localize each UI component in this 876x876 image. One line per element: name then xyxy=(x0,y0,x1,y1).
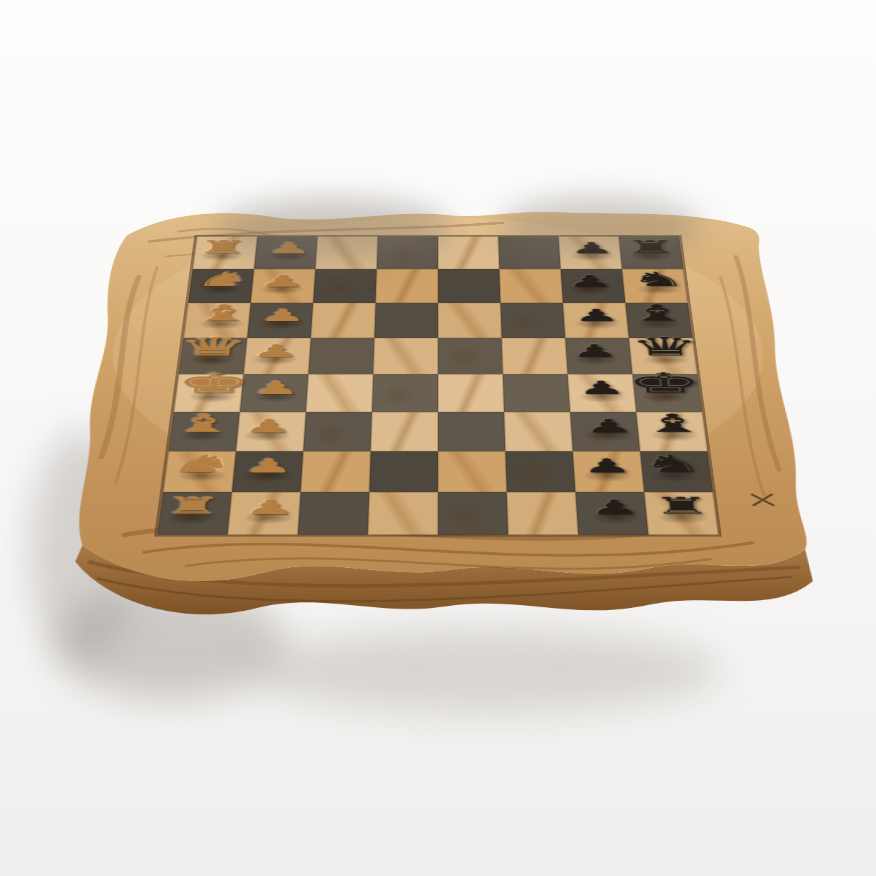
piece-glyph: ♛ xyxy=(628,334,701,359)
square-e4 xyxy=(372,374,438,412)
square-g5 xyxy=(438,451,507,492)
square-g3 xyxy=(301,451,371,492)
square-f5 xyxy=(438,412,505,451)
piece-glyph: ♟ xyxy=(572,307,620,324)
square-f1 xyxy=(169,412,240,451)
square-f7 xyxy=(570,412,640,451)
piece-glyph: ♝ xyxy=(190,301,255,323)
square-e5 xyxy=(438,374,504,412)
square-g7 xyxy=(573,451,644,492)
photo-stage: ♜♟♟♜♞♟♟♞♝♟♟♝♛♟♟♛♚♟♟♚♝♟♟♝♞♟♟♞♜♟♟♜ xyxy=(0,0,876,876)
square-f2 xyxy=(236,412,306,451)
piece-glyph: ♜ xyxy=(195,238,249,256)
square-a3 xyxy=(315,236,377,269)
square-f3 xyxy=(303,412,372,451)
square-g2 xyxy=(232,451,303,492)
piece-glyph: ♞ xyxy=(193,269,251,289)
square-f8 xyxy=(636,412,707,451)
piece-glyph: ♟ xyxy=(568,240,614,255)
board-scene: ♜♟♟♜♞♟♟♞♝♟♟♝♛♟♟♛♚♟♟♚♝♟♟♝♞♟♟♞♜♟♟♜ xyxy=(88,30,788,730)
square-f6 xyxy=(504,412,573,451)
piece-glyph: ♟ xyxy=(266,240,312,255)
square-a6 xyxy=(498,236,560,269)
square-e6 xyxy=(503,374,570,412)
piece-glyph: ♝ xyxy=(624,301,689,323)
square-g8 xyxy=(640,451,713,492)
piece-glyph: ♛ xyxy=(176,334,249,359)
square-e3 xyxy=(306,374,373,412)
square-g1 xyxy=(163,451,236,492)
square-a5 xyxy=(438,236,499,269)
piece-glyph: ♟ xyxy=(250,342,299,359)
square-g4 xyxy=(369,451,438,492)
piece-glyph: ♜ xyxy=(623,238,677,256)
piece-glyph: ♟ xyxy=(566,273,613,289)
piece-glyph: ♟ xyxy=(570,342,619,359)
piece-glyph: ♞ xyxy=(629,269,687,289)
piece-glyph: ♟ xyxy=(258,273,305,289)
piece-glyph: ♟ xyxy=(259,307,307,324)
board-tilt: ♜♟♟♜♞♟♟♞♝♟♟♝♛♟♟♛♚♟♟♚♝♟♟♝♞♟♟♞♜♟♟♜ xyxy=(48,198,828,604)
square-g6 xyxy=(505,451,575,492)
square-f4 xyxy=(371,412,438,451)
square-a4 xyxy=(377,236,438,269)
